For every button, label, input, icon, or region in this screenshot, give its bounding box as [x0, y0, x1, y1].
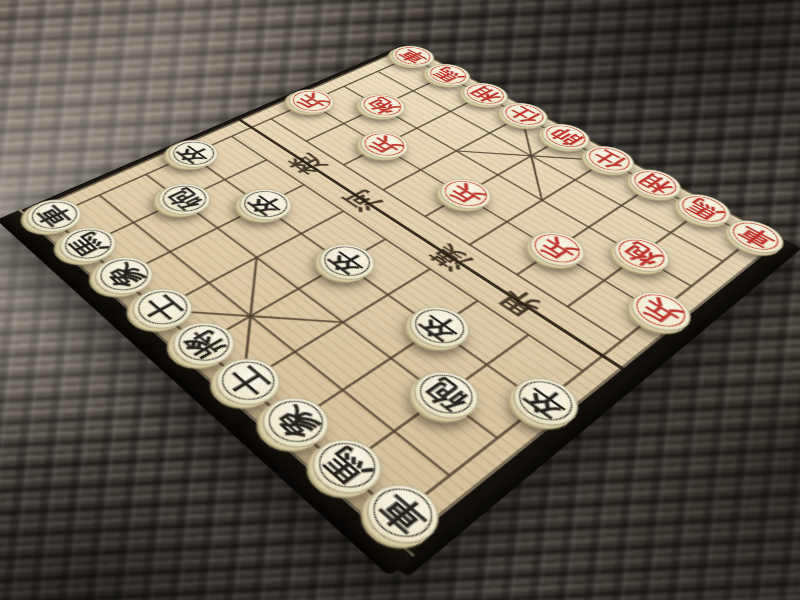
- piece-glyph: 相: [466, 84, 504, 104]
- piece-glyph: 卒: [323, 246, 371, 277]
- piece-glyph: 兵: [444, 181, 488, 207]
- piece-glyph: 兵: [534, 234, 581, 263]
- piece-glyph: 車: [395, 47, 432, 65]
- piece-glyph: 卒: [243, 191, 288, 218]
- piece-glyph: 相: [634, 171, 677, 196]
- piece-glyph: 兵: [364, 133, 406, 156]
- piece-glyph: 車: [31, 201, 77, 229]
- piece-red-soldier[interactable]: 兵: [519, 225, 596, 273]
- piece-glyph: 炮: [363, 95, 402, 116]
- piece-glyph: 士: [221, 361, 276, 401]
- piece-glyph: 砲: [419, 374, 474, 414]
- piece-glyph: 炮: [618, 239, 665, 269]
- photo-stage: 楚 河 漢 界: [0, 0, 800, 600]
- piece-glyph: 兵: [636, 294, 686, 328]
- piece-glyph: 象: [267, 400, 324, 443]
- piece-glyph: 車: [372, 488, 434, 539]
- piece-glyph: 馬: [429, 65, 467, 84]
- piece-glyph: 兵: [292, 91, 331, 111]
- piece-black-cannon[interactable]: 砲: [148, 177, 222, 221]
- piece-black-soldier[interactable]: 卒: [308, 237, 387, 287]
- piece-glyph: 馬: [64, 229, 112, 259]
- piece-glyph: 將: [178, 325, 231, 362]
- piece-glyph: 馬: [318, 442, 377, 489]
- piece-red-soldier[interactable]: 兵: [350, 126, 418, 164]
- piece-red-cannon[interactable]: 炮: [603, 230, 680, 278]
- piece-glyph: 卒: [518, 381, 573, 422]
- piece-red-soldier[interactable]: 兵: [430, 173, 502, 215]
- piece-black-cannon[interactable]: 砲: [401, 362, 491, 428]
- piece-glyph: 仕: [505, 104, 545, 125]
- piece-glyph: 象: [100, 259, 149, 291]
- piece-black-soldier[interactable]: 卒: [229, 182, 303, 226]
- piece-glyph: 卒: [414, 309, 465, 344]
- piece-glyph: 仕: [588, 148, 630, 171]
- piece-black-soldier[interactable]: 卒: [397, 298, 481, 356]
- piece-glyph: 卒: [172, 141, 215, 165]
- piece-glyph: 士: [137, 291, 188, 325]
- piece-red-cannon[interactable]: 炮: [350, 89, 415, 123]
- piece-glyph: 帥: [545, 125, 586, 147]
- piece-glyph: 砲: [162, 185, 207, 212]
